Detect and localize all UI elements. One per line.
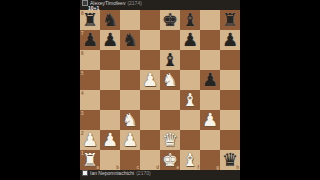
square-g7[interactable] — [200, 30, 220, 50]
piece-white-knight[interactable]: ♞ — [162, 70, 178, 90]
piece-black-pawn[interactable]: ♟ — [182, 30, 198, 50]
square-c2[interactable]: ♟ — [120, 130, 140, 150]
square-c1[interactable]: c — [120, 150, 140, 170]
square-b4[interactable] — [100, 90, 120, 110]
piece-black-rook[interactable]: ♜ — [82, 10, 98, 30]
square-b5[interactable] — [100, 70, 120, 90]
piece-white-pawn[interactable]: ♟ — [122, 130, 138, 150]
square-d7[interactable] — [140, 30, 160, 50]
piece-black-pawn[interactable]: ♟ — [82, 30, 98, 50]
square-d5[interactable]: ♟ — [140, 70, 160, 90]
piece-black-knight[interactable]: ♞ — [102, 10, 118, 30]
letterbox-left — [0, 0, 80, 180]
square-h7[interactable]: ♟ — [220, 30, 240, 50]
square-d2[interactable] — [140, 130, 160, 150]
square-g1[interactable]: g — [200, 150, 220, 170]
bottom-player-name[interactable]: Ian Nepomniachtchi — [90, 170, 134, 176]
square-g6[interactable] — [200, 50, 220, 70]
chess-board: 8♜♞♚♝♜7♟♟♞♟♟6♝5♟♞♟4♝3♞♟2♟♟♟♛1a♜bcde♚f♝gh… — [80, 10, 240, 170]
square-d6[interactable] — [140, 50, 160, 70]
square-f8[interactable]: ♝ — [180, 10, 200, 30]
rank-label-7: 7 — [81, 31, 84, 36]
piece-black-pawn[interactable]: ♟ — [202, 70, 218, 90]
bottom-player-line: Ian Nepomniachtchi (2170) — [80, 170, 240, 176]
rank-label-5: 5 — [81, 71, 84, 76]
square-f5[interactable] — [180, 70, 200, 90]
player-bar-bottom: Ian Nepomniachtchi (2170) — [80, 170, 240, 180]
square-b8[interactable]: ♞ — [100, 10, 120, 30]
square-e6[interactable]: ♝ — [160, 50, 180, 70]
piece-black-king[interactable]: ♚ — [162, 10, 178, 30]
square-f1[interactable]: f♝ — [180, 150, 200, 170]
top-player-rating: (2174) — [127, 0, 141, 6]
piece-black-bishop[interactable]: ♝ — [162, 50, 178, 70]
square-a4[interactable]: 4 — [80, 90, 100, 110]
square-f3[interactable] — [180, 110, 200, 130]
rank-label-2: 2 — [81, 131, 84, 136]
square-g8[interactable] — [200, 10, 220, 30]
square-e7[interactable] — [160, 30, 180, 50]
square-g2[interactable] — [200, 130, 220, 150]
square-h4[interactable] — [220, 90, 240, 110]
square-c4[interactable] — [120, 90, 140, 110]
square-h3[interactable] — [220, 110, 240, 130]
piece-black-bishop[interactable]: ♝ — [182, 10, 198, 30]
square-f2[interactable] — [180, 130, 200, 150]
rank-label-4: 4 — [81, 91, 84, 96]
square-g4[interactable] — [200, 90, 220, 110]
video-frame: AlexeyTimofeev (2174) 10+1 8♜♞♚♝♜7♟♟♞♟♟6… — [0, 0, 320, 180]
bottom-player-rating: (2170) — [136, 170, 150, 176]
square-h6[interactable] — [220, 50, 240, 70]
piece-white-queen[interactable]: ♛ — [162, 130, 178, 150]
square-f7[interactable]: ♟ — [180, 30, 200, 50]
square-a7[interactable]: 7♟ — [80, 30, 100, 50]
square-a6[interactable]: 6 — [80, 50, 100, 70]
piece-white-pawn[interactable]: ♟ — [202, 110, 218, 130]
rank-label-1: 1 — [81, 151, 84, 156]
square-e2[interactable]: ♛ — [160, 130, 180, 150]
square-a8[interactable]: 8♜ — [80, 10, 100, 30]
square-c5[interactable] — [120, 70, 140, 90]
square-b6[interactable] — [100, 50, 120, 70]
piece-white-bishop[interactable]: ♝ — [182, 150, 198, 170]
square-e1[interactable]: e♚ — [160, 150, 180, 170]
white-color-square-icon — [82, 170, 88, 176]
square-a2[interactable]: 2♟ — [80, 130, 100, 150]
square-c3[interactable]: ♞ — [120, 110, 140, 130]
square-h2[interactable] — [220, 130, 240, 150]
square-a5[interactable]: 5 — [80, 70, 100, 90]
square-c7[interactable]: ♞ — [120, 30, 140, 50]
square-f6[interactable] — [180, 50, 200, 70]
square-b1[interactable]: b — [100, 150, 120, 170]
letterbox-right — [240, 0, 320, 180]
square-a3[interactable]: 3 — [80, 110, 100, 130]
piece-white-knight[interactable]: ♞ — [122, 110, 138, 130]
square-b7[interactable]: ♟ — [100, 30, 120, 50]
square-g3[interactable]: ♟ — [200, 110, 220, 130]
square-a1[interactable]: 1a♜ — [80, 150, 100, 170]
piece-black-knight[interactable]: ♞ — [122, 30, 138, 50]
chess-app: AlexeyTimofeev (2174) 10+1 8♜♞♚♝♜7♟♟♞♟♟6… — [80, 0, 240, 180]
square-d1[interactable]: d — [140, 150, 160, 170]
square-c8[interactable] — [120, 10, 140, 30]
square-b2[interactable]: ♟ — [100, 130, 120, 150]
piece-black-rook[interactable]: ♜ — [222, 10, 238, 30]
square-d3[interactable] — [140, 110, 160, 130]
square-h8[interactable]: ♜ — [220, 10, 240, 30]
piece-black-pawn[interactable]: ♟ — [102, 30, 118, 50]
square-d8[interactable] — [140, 10, 160, 30]
square-f4[interactable]: ♝ — [180, 90, 200, 110]
piece-black-pawn[interactable]: ♟ — [222, 30, 238, 50]
square-h1[interactable]: h♛ — [220, 150, 240, 170]
piece-white-pawn[interactable]: ♟ — [142, 70, 158, 90]
square-d4[interactable] — [140, 90, 160, 110]
square-g5[interactable]: ♟ — [200, 70, 220, 90]
piece-white-pawn[interactable]: ♟ — [102, 130, 118, 150]
square-e8[interactable]: ♚ — [160, 10, 180, 30]
square-h5[interactable] — [220, 70, 240, 90]
rank-label-8: 8 — [81, 11, 84, 16]
piece-white-bishop[interactable]: ♝ — [182, 90, 198, 110]
piece-white-pawn[interactable]: ♟ — [82, 130, 98, 150]
square-e3[interactable] — [160, 110, 180, 130]
square-b3[interactable] — [100, 110, 120, 130]
square-e5[interactable]: ♞ — [160, 70, 180, 90]
rank-label-6: 6 — [81, 51, 84, 56]
square-e4[interactable] — [160, 90, 180, 110]
square-c6[interactable] — [120, 50, 140, 70]
rank-label-3: 3 — [81, 111, 84, 116]
